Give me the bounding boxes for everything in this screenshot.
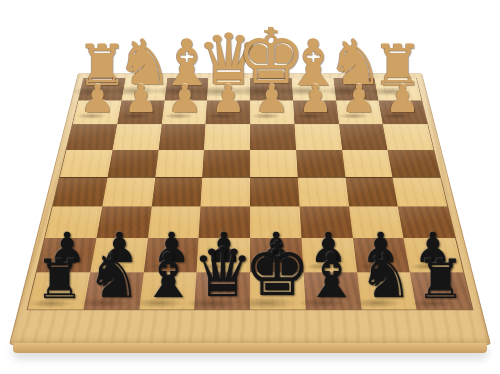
square-g2 (336, 100, 383, 124)
square-g8 (357, 272, 417, 309)
square-c7 (143, 238, 198, 272)
square-d3 (204, 124, 250, 149)
chess-box-front-edge (13, 343, 487, 353)
square-f2 (293, 100, 339, 124)
product-photo-canvas: ♜♞♝♛♚♝♞♜♟♟♟♟♟♟♟♟♟♟♟♟♟♟♟♟♜♞♝♛♚♝♞♜ (0, 0, 500, 374)
square-c8 (139, 272, 197, 309)
square-d6 (199, 206, 250, 238)
square-d2 (206, 100, 250, 124)
square-f1 (292, 78, 336, 100)
square-b2 (117, 100, 164, 124)
square-g7 (353, 238, 410, 272)
square-c2 (161, 100, 207, 124)
square-e3 (250, 124, 296, 149)
square-e1 (250, 78, 293, 100)
square-e4 (250, 150, 298, 177)
square-b3 (112, 124, 161, 149)
square-f3 (294, 124, 341, 149)
square-h7 (404, 238, 464, 272)
square-d8 (194, 272, 250, 309)
square-a8 (28, 272, 90, 309)
square-h8 (410, 272, 472, 309)
square-h4 (388, 150, 441, 177)
square-e6 (250, 206, 301, 238)
square-b8 (83, 272, 143, 309)
square-a2 (73, 100, 122, 124)
square-f4 (296, 150, 345, 177)
square-f6 (299, 206, 352, 238)
square-b4 (107, 150, 158, 177)
square-g4 (342, 150, 393, 177)
square-d1 (207, 78, 250, 100)
square-e8 (250, 272, 306, 309)
square-h2 (379, 100, 428, 124)
square-g3 (339, 124, 388, 149)
square-a1 (78, 78, 125, 100)
square-e2 (250, 100, 294, 124)
square-f8 (303, 272, 361, 309)
square-a7 (37, 238, 97, 272)
square-b7 (90, 238, 147, 272)
square-d5 (201, 177, 250, 206)
square-c1 (164, 78, 208, 100)
square-g6 (349, 206, 404, 238)
square-d4 (202, 150, 250, 177)
square-d7 (197, 238, 250, 272)
square-c3 (158, 124, 205, 149)
square-a6 (45, 206, 102, 238)
square-f5 (298, 177, 349, 206)
square-c5 (151, 177, 202, 206)
square-c6 (147, 206, 200, 238)
square-g1 (333, 78, 379, 100)
square-a3 (66, 124, 117, 149)
square-h1 (375, 78, 422, 100)
square-b6 (96, 206, 151, 238)
square-h3 (383, 124, 434, 149)
square-f7 (301, 238, 356, 272)
chess-board (28, 78, 473, 309)
square-g5 (345, 177, 398, 206)
square-h6 (398, 206, 455, 238)
square-h5 (393, 177, 448, 206)
square-e7 (250, 238, 303, 272)
square-b1 (121, 78, 167, 100)
square-c4 (155, 150, 204, 177)
square-e5 (250, 177, 299, 206)
square-b5 (102, 177, 155, 206)
wooden-board-frame (9, 73, 491, 345)
square-a5 (53, 177, 108, 206)
square-a4 (60, 150, 113, 177)
